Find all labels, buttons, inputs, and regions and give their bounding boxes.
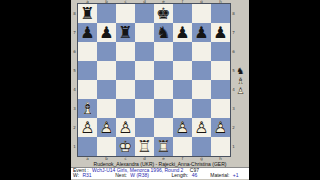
- square-b2: ♟♙: [97, 118, 116, 137]
- square-h5: [211, 61, 230, 80]
- white-rook: ♜: [135, 137, 154, 156]
- square-e2: [154, 118, 173, 137]
- square-d7: [135, 23, 154, 42]
- square-g3: [192, 99, 211, 118]
- square-f3: [173, 99, 192, 118]
- black-pawn: ♟: [192, 23, 211, 42]
- rank-label-6: 6: [231, 42, 236, 61]
- white-rook: ♜: [154, 137, 173, 156]
- square-b1: [97, 137, 116, 156]
- white-pawn-outline: ♙: [173, 118, 192, 137]
- status-line: W: R31 Next: W (R38) Length: 46 Material…: [71, 173, 249, 178]
- black-pawn: ♟: [173, 23, 192, 42]
- rank-label-2: 2: [72, 118, 77, 137]
- square-c8: [116, 4, 135, 23]
- game-info-box: Event : WchJ-U14 Girls, Menorca 1996, Ro…: [71, 167, 249, 179]
- rank-labels-left: 87654321: [72, 4, 77, 156]
- square-a1: [78, 137, 97, 156]
- rank-label-8: 8: [231, 4, 236, 23]
- black-rook: ♜: [116, 23, 135, 42]
- square-d6: [135, 42, 154, 61]
- square-d3: [135, 99, 154, 118]
- video-frame[interactable]: abcdefgh 87654321 ♜♚♟♟♜♞♟♟♟♝♗♟♙♟♙♟♙♟♙♟♙♟…: [0, 0, 320, 180]
- square-b3: [97, 99, 116, 118]
- square-h4: [211, 80, 230, 99]
- white-rook-outline: ♖: [135, 137, 154, 156]
- white-bishop: ♝: [78, 99, 97, 118]
- square-a8: ♜: [78, 4, 97, 23]
- square-h7: ♟: [211, 23, 230, 42]
- white-pawn: ♟: [97, 118, 116, 137]
- black-pawn: ♟: [211, 23, 230, 42]
- material-white-bishop: ♝♗: [234, 76, 247, 86]
- white-pawn: ♟: [211, 118, 230, 137]
- square-a4: [78, 80, 97, 99]
- square-h8: [211, 4, 230, 23]
- status-length: Length: 46: [172, 173, 211, 178]
- rank-label-7: 7: [72, 23, 77, 42]
- white-bishop-outline: ♗: [78, 99, 97, 118]
- white-pawn-outline: ♙: [97, 118, 116, 137]
- rank-label-3: 3: [72, 99, 77, 118]
- square-e5: [154, 61, 173, 80]
- square-g4: [192, 80, 211, 99]
- white-pawn-outline: ♙: [211, 118, 230, 137]
- square-g5: [192, 61, 211, 80]
- white-pawn-outline: ♙: [116, 118, 135, 137]
- square-c1: ♚♔: [116, 137, 135, 156]
- rank-label-3: 3: [231, 99, 236, 118]
- square-e7: ♞: [154, 23, 173, 42]
- square-a2: ♟♙: [78, 118, 97, 137]
- status-move: W: R31: [73, 173, 115, 178]
- square-h3: [211, 99, 230, 118]
- square-h1: [211, 137, 230, 156]
- square-d8: [135, 4, 154, 23]
- rank-label-6: 6: [72, 42, 77, 61]
- black-knight: ♞: [234, 66, 247, 76]
- square-c2: ♟♙: [116, 118, 135, 137]
- white-pawn: ♟: [78, 118, 97, 137]
- white-king-outline: ♔: [116, 137, 135, 156]
- square-g1: [192, 137, 211, 156]
- white-pawn-outline: ♙: [78, 118, 97, 137]
- square-h6: [211, 42, 230, 61]
- square-b4: [97, 80, 116, 99]
- square-f4: [173, 80, 192, 99]
- material-white-pawn: ♟♙: [234, 86, 247, 96]
- square-e4: [154, 80, 173, 99]
- rank-label-1: 1: [231, 137, 236, 156]
- square-f2: ♟♙: [173, 118, 192, 137]
- square-b5: [97, 61, 116, 80]
- material-imbalance-display: ♞♝♗♟♙: [234, 66, 247, 96]
- square-e3: [154, 99, 173, 118]
- white-rook-outline: ♖: [154, 137, 173, 156]
- square-h2: ♟♙: [211, 118, 230, 137]
- square-b8: [97, 4, 116, 23]
- rank-label-1: 1: [72, 137, 77, 156]
- black-pawn: ♟: [97, 23, 116, 42]
- status-material: Material: +1: [210, 173, 249, 178]
- white-bishop-outline: ♗: [234, 76, 247, 86]
- square-c5: [116, 61, 135, 80]
- square-c4: [116, 80, 135, 99]
- white-pawn: ♟: [173, 118, 192, 137]
- square-f5: [173, 61, 192, 80]
- square-f1: [173, 137, 192, 156]
- square-e6: [154, 42, 173, 61]
- square-d1: ♜♖: [135, 137, 154, 156]
- square-a6: [78, 42, 97, 61]
- letterbox-left: [0, 0, 71, 180]
- square-a7: ♟: [78, 23, 97, 42]
- white-pawn-outline: ♙: [234, 86, 247, 96]
- rank-label-7: 7: [231, 23, 236, 42]
- material-black-knight: ♞: [234, 66, 247, 76]
- square-d4: [135, 80, 154, 99]
- square-f6: [173, 42, 192, 61]
- white-pawn: ♟: [192, 118, 211, 137]
- square-b6: [97, 42, 116, 61]
- rank-label-4: 4: [72, 80, 77, 99]
- square-a5: [78, 61, 97, 80]
- rank-label-8: 8: [72, 4, 77, 23]
- square-g6: [192, 42, 211, 61]
- square-c7: ♜: [116, 23, 135, 42]
- square-g8: [192, 4, 211, 23]
- square-b7: ♟: [97, 23, 116, 42]
- square-e1: ♜♖: [154, 137, 173, 156]
- black-pawn: ♟: [78, 23, 97, 42]
- black-knight: ♞: [154, 23, 173, 42]
- square-g7: ♟: [192, 23, 211, 42]
- square-g2: ♟♙: [192, 118, 211, 137]
- square-d2: [135, 118, 154, 137]
- letterbox-right: [249, 0, 320, 180]
- white-pawn-outline: ♙: [192, 118, 211, 137]
- square-e8: ♚: [154, 4, 173, 23]
- black-king: ♚: [154, 4, 173, 23]
- chess-board: ♜♚♟♟♜♞♟♟♟♝♗♟♙♟♙♟♙♟♙♟♙♟♙♚♔♜♖♜♖: [78, 4, 230, 156]
- square-d5: [135, 61, 154, 80]
- square-c6: [116, 42, 135, 61]
- rank-label-2: 2: [231, 118, 236, 137]
- white-king: ♚: [116, 137, 135, 156]
- square-f7: ♟: [173, 23, 192, 42]
- square-f8: [173, 4, 192, 23]
- chess-diagram: abcdefgh 87654321 ♜♚♟♟♜♞♟♟♟♝♗♟♙♟♙♟♙♟♙♟♙♟…: [71, 0, 249, 180]
- black-rook: ♜: [78, 4, 97, 23]
- rank-label-5: 5: [72, 61, 77, 80]
- square-a3: ♝♗: [78, 99, 97, 118]
- status-next: Next: W (R38): [115, 173, 171, 178]
- square-c3: [116, 99, 135, 118]
- white-pawn: ♟: [116, 118, 135, 137]
